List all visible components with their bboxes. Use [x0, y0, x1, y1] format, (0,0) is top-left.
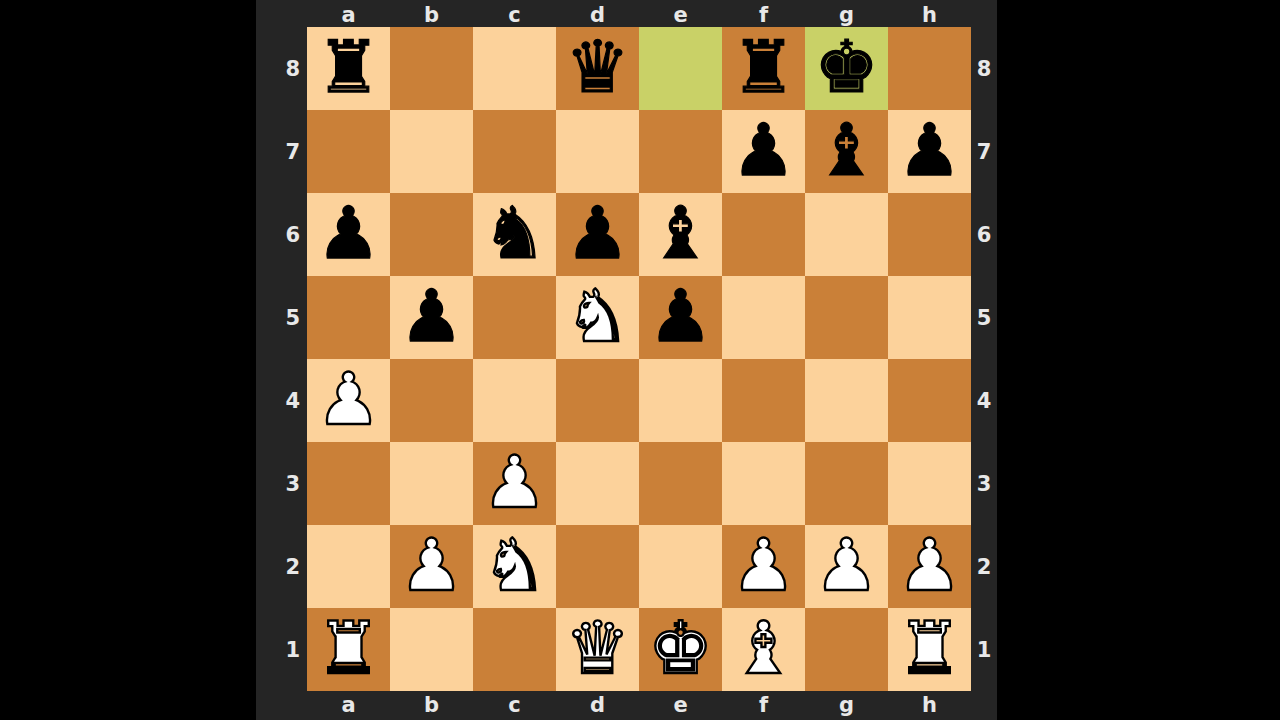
file-label-top-f: f: [722, 0, 805, 27]
square-c4[interactable]: [473, 359, 556, 442]
rank-label-left-5: 5: [256, 276, 307, 359]
square-f2[interactable]: ♟: [722, 525, 805, 608]
square-h2[interactable]: ♟: [888, 525, 971, 608]
piece-black-pawn[interactable]: ♟: [399, 280, 464, 352]
square-a6[interactable]: ♟: [307, 193, 390, 276]
square-e5[interactable]: ♟: [639, 276, 722, 359]
piece-white-bishop[interactable]: ♝: [731, 612, 796, 684]
rank-label-left-7: 7: [256, 110, 307, 193]
square-h7[interactable]: ♟: [888, 110, 971, 193]
rank-label-left-2: 2: [256, 525, 307, 608]
square-g3[interactable]: [805, 442, 888, 525]
piece-white-pawn[interactable]: ♟: [897, 529, 962, 601]
square-f1[interactable]: ♝: [722, 608, 805, 691]
rank-label-right-6: 6: [971, 193, 997, 276]
rank-label-right-4: 4: [971, 359, 997, 442]
file-label-bottom-a: a: [307, 691, 390, 720]
file-label-bottom-b: b: [390, 691, 473, 720]
file-label-top-h: h: [888, 0, 971, 27]
piece-black-rook[interactable]: ♜: [731, 31, 796, 103]
square-e4[interactable]: [639, 359, 722, 442]
square-d1[interactable]: ♛: [556, 608, 639, 691]
rank-label-right-8: 8: [971, 27, 997, 110]
square-g2[interactable]: ♟: [805, 525, 888, 608]
square-a7[interactable]: [307, 110, 390, 193]
square-c8[interactable]: [473, 27, 556, 110]
board-panel: abcdefgh8♜♛♜♚87♟♝♟76♟♞♟♝65♟♞♟54♟43♟32♟♞♟…: [256, 0, 997, 720]
board-corner: [971, 691, 997, 720]
square-c5[interactable]: [473, 276, 556, 359]
square-d2[interactable]: [556, 525, 639, 608]
rank-label-right-1: 1: [971, 608, 997, 691]
rank-label-right-5: 5: [971, 276, 997, 359]
square-a5[interactable]: [307, 276, 390, 359]
file-label-bottom-d: d: [556, 691, 639, 720]
square-g7[interactable]: ♝: [805, 110, 888, 193]
piece-white-pawn[interactable]: ♟: [316, 363, 381, 435]
piece-black-bishop[interactable]: ♝: [814, 114, 879, 186]
rank-label-left-3: 3: [256, 442, 307, 525]
square-c3[interactable]: ♟: [473, 442, 556, 525]
piece-white-rook[interactable]: ♜: [897, 612, 962, 684]
rank-label-left-6: 6: [256, 193, 307, 276]
square-h8[interactable]: [888, 27, 971, 110]
piece-white-knight[interactable]: ♞: [565, 280, 630, 352]
square-e7[interactable]: [639, 110, 722, 193]
square-d4[interactable]: [556, 359, 639, 442]
file-label-top-c: c: [473, 0, 556, 27]
square-d7[interactable]: [556, 110, 639, 193]
piece-white-pawn[interactable]: ♟: [731, 529, 796, 601]
piece-black-rook[interactable]: ♜: [316, 31, 381, 103]
piece-black-queen[interactable]: ♛: [565, 31, 630, 103]
square-c7[interactable]: [473, 110, 556, 193]
piece-white-king[interactable]: ♚: [648, 612, 713, 684]
square-b2[interactable]: ♟: [390, 525, 473, 608]
piece-white-knight[interactable]: ♞: [482, 529, 547, 601]
square-h1[interactable]: ♜: [888, 608, 971, 691]
square-b1[interactable]: [390, 608, 473, 691]
piece-black-knight[interactable]: ♞: [482, 197, 547, 269]
rank-label-right-2: 2: [971, 525, 997, 608]
square-f6[interactable]: [722, 193, 805, 276]
square-f8[interactable]: ♜: [722, 27, 805, 110]
piece-white-pawn[interactable]: ♟: [814, 529, 879, 601]
rank-label-left-8: 8: [256, 27, 307, 110]
rank-label-left-1: 1: [256, 608, 307, 691]
square-a1[interactable]: ♜: [307, 608, 390, 691]
piece-white-rook[interactable]: ♜: [316, 612, 381, 684]
chess-board: abcdefgh8♜♛♜♚87♟♝♟76♟♞♟♝65♟♞♟54♟43♟32♟♞♟…: [256, 0, 997, 720]
square-d8[interactable]: ♛: [556, 27, 639, 110]
square-d3[interactable]: [556, 442, 639, 525]
square-a8[interactable]: ♜: [307, 27, 390, 110]
square-g8[interactable]: ♚: [805, 27, 888, 110]
file-label-top-a: a: [307, 0, 390, 27]
square-c2[interactable]: ♞: [473, 525, 556, 608]
square-d6[interactable]: ♟: [556, 193, 639, 276]
piece-black-pawn[interactable]: ♟: [565, 197, 630, 269]
square-h6[interactable]: [888, 193, 971, 276]
file-label-bottom-e: e: [639, 691, 722, 720]
file-label-bottom-g: g: [805, 691, 888, 720]
square-c1[interactable]: [473, 608, 556, 691]
board-corner: [256, 0, 307, 27]
square-g4[interactable]: [805, 359, 888, 442]
file-label-top-b: b: [390, 0, 473, 27]
square-e3[interactable]: [639, 442, 722, 525]
square-b4[interactable]: [390, 359, 473, 442]
square-b6[interactable]: [390, 193, 473, 276]
file-label-top-d: d: [556, 0, 639, 27]
square-a4[interactable]: ♟: [307, 359, 390, 442]
file-label-bottom-c: c: [473, 691, 556, 720]
square-e2[interactable]: [639, 525, 722, 608]
square-g1[interactable]: [805, 608, 888, 691]
square-b7[interactable]: [390, 110, 473, 193]
square-a2[interactable]: [307, 525, 390, 608]
piece-black-pawn[interactable]: ♟: [316, 197, 381, 269]
piece-black-pawn[interactable]: ♟: [648, 280, 713, 352]
square-h5[interactable]: [888, 276, 971, 359]
square-e8[interactable]: [639, 27, 722, 110]
square-f5[interactable]: [722, 276, 805, 359]
square-c6[interactable]: ♞: [473, 193, 556, 276]
square-f7[interactable]: ♟: [722, 110, 805, 193]
square-h3[interactable]: [888, 442, 971, 525]
file-label-bottom-h: h: [888, 691, 971, 720]
piece-white-pawn[interactable]: ♟: [482, 446, 547, 518]
square-h4[interactable]: [888, 359, 971, 442]
square-f3[interactable]: [722, 442, 805, 525]
board-corner: [971, 0, 997, 27]
file-label-top-g: g: [805, 0, 888, 27]
square-b8[interactable]: [390, 27, 473, 110]
square-b5[interactable]: ♟: [390, 276, 473, 359]
square-e6[interactable]: ♝: [639, 193, 722, 276]
square-a3[interactable]: [307, 442, 390, 525]
square-e1[interactable]: ♚: [639, 608, 722, 691]
square-g6[interactable]: [805, 193, 888, 276]
rank-label-left-4: 4: [256, 359, 307, 442]
file-label-top-e: e: [639, 0, 722, 27]
square-g5[interactable]: [805, 276, 888, 359]
rank-label-right-7: 7: [971, 110, 997, 193]
board-corner: [256, 691, 307, 720]
page-background: abcdefgh8♜♛♜♚87♟♝♟76♟♞♟♝65♟♞♟54♟43♟32♟♞♟…: [0, 0, 1280, 720]
piece-white-queen[interactable]: ♛: [565, 612, 630, 684]
piece-black-king[interactable]: ♚: [814, 31, 879, 103]
piece-white-pawn[interactable]: ♟: [399, 529, 464, 601]
square-f4[interactable]: [722, 359, 805, 442]
piece-black-bishop[interactable]: ♝: [648, 197, 713, 269]
piece-black-pawn[interactable]: ♟: [897, 114, 962, 186]
piece-black-pawn[interactable]: ♟: [731, 114, 796, 186]
file-label-bottom-f: f: [722, 691, 805, 720]
rank-label-right-3: 3: [971, 442, 997, 525]
square-b3[interactable]: [390, 442, 473, 525]
square-d5[interactable]: ♞: [556, 276, 639, 359]
